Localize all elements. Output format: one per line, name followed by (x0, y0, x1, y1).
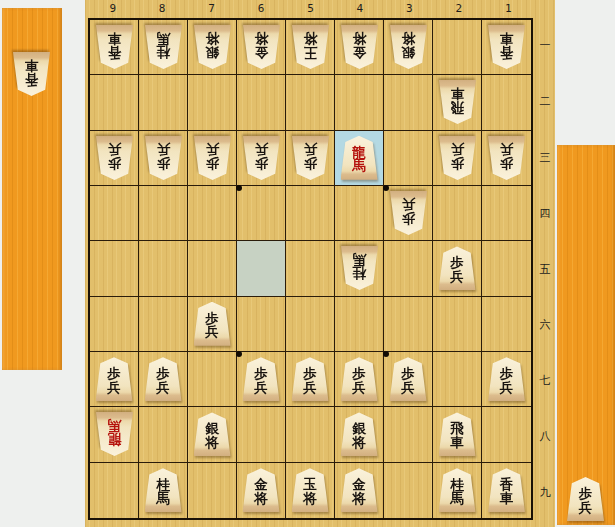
square-8-5[interactable] (139, 241, 188, 296)
square-6-9[interactable]: 金将 (237, 463, 286, 518)
square-3-1[interactable]: 銀将 (384, 20, 433, 75)
square-6-1[interactable]: 金将 (237, 20, 286, 75)
square-1-3[interactable]: 歩兵 (482, 131, 531, 186)
square-4-8[interactable]: 銀将 (335, 407, 384, 462)
piece-pawn-sente[interactable]: 歩兵 (390, 357, 427, 401)
square-7-9[interactable] (188, 463, 237, 518)
square-9-9[interactable] (90, 463, 139, 518)
square-9-8[interactable]: 龍馬 (90, 407, 139, 462)
square-6-7[interactable]: 歩兵 (237, 352, 286, 407)
square-9-2[interactable] (90, 75, 139, 130)
square-5-1[interactable]: 王将 (286, 20, 335, 75)
square-3-8[interactable] (384, 407, 433, 462)
square-9-6[interactable] (90, 297, 139, 352)
rank-label-8: 八 (535, 408, 555, 464)
file-label-3: 3 (385, 2, 434, 16)
square-2-1[interactable] (433, 20, 482, 75)
file-labels: 987654321 (88, 2, 533, 16)
square-4-6[interactable] (335, 297, 384, 352)
square-3-2[interactable] (384, 75, 433, 130)
piece-lance-sente[interactable]: 香車 (488, 468, 525, 512)
piece-king-gote[interactable]: 王将 (292, 25, 329, 69)
square-4-9[interactable]: 金将 (335, 463, 384, 518)
square-9-7[interactable]: 歩兵 (90, 352, 139, 407)
square-7-8[interactable]: 銀将 (188, 407, 237, 462)
square-7-4[interactable] (188, 186, 237, 241)
piece-promoted-bishop-sente[interactable]: 龍馬 (341, 136, 378, 180)
square-1-5[interactable] (482, 241, 531, 296)
square-6-2[interactable] (237, 75, 286, 130)
sente-hand-tray: 歩兵 (557, 145, 615, 525)
square-3-3[interactable] (384, 131, 433, 186)
file-label-2: 2 (434, 2, 483, 16)
piece-pawn-gote[interactable]: 歩兵 (292, 136, 329, 180)
square-4-2[interactable] (335, 75, 384, 130)
rank-label-1: 一 (535, 18, 555, 74)
square-5-5[interactable] (286, 241, 335, 296)
square-1-1[interactable]: 香車 (482, 20, 531, 75)
piece-pawn-sente[interactable]: 歩兵 (194, 302, 231, 346)
piece-pawn-sente[interactable]: 歩兵 (488, 357, 525, 401)
piece-gold-gote[interactable]: 金将 (243, 25, 280, 69)
star-point (383, 351, 389, 357)
star-point (236, 185, 242, 191)
piece-pawn-sente[interactable]: 歩兵 (243, 357, 280, 401)
square-2-4[interactable] (433, 186, 482, 241)
square-7-3[interactable]: 歩兵 (188, 131, 237, 186)
file-label-1: 1 (484, 2, 533, 16)
board-grid: 香車桂馬銀将金将王将金将銀将香車飛車歩兵歩兵歩兵歩兵歩兵龍馬歩兵歩兵歩兵桂馬歩兵… (88, 18, 533, 520)
star-point (383, 185, 389, 191)
piece-knight-sente[interactable]: 桂馬 (439, 468, 476, 512)
rank-label-4: 四 (535, 185, 555, 241)
square-8-7[interactable]: 歩兵 (139, 352, 188, 407)
piece-gold-sente[interactable]: 金将 (243, 468, 280, 512)
square-4-3[interactable]: 龍馬 (335, 131, 384, 186)
piece-silver-sente[interactable]: 銀将 (194, 412, 231, 456)
rank-label-7: 七 (535, 353, 555, 409)
rank-label-2: 二 (535, 74, 555, 130)
square-1-7[interactable]: 歩兵 (482, 352, 531, 407)
shogi-board: 987654321 一二三四五六七八九 香車桂馬銀将金将王将金将銀将香車飛車歩兵… (85, 0, 555, 527)
piece-pawn-sente[interactable]: 歩兵 (567, 477, 604, 521)
rank-label-5: 五 (535, 241, 555, 297)
square-2-2[interactable]: 飛車 (433, 75, 482, 130)
piece-pawn-gote[interactable]: 歩兵 (96, 136, 133, 180)
file-label-8: 8 (137, 2, 186, 16)
square-4-7[interactable]: 歩兵 (335, 352, 384, 407)
square-5-2[interactable] (286, 75, 335, 130)
square-5-6[interactable] (286, 297, 335, 352)
square-7-7[interactable] (188, 352, 237, 407)
square-6-5[interactable] (237, 241, 286, 296)
piece-gold-gote[interactable]: 金将 (341, 25, 378, 69)
piece-pawn-gote[interactable]: 歩兵 (390, 191, 427, 235)
square-1-8[interactable] (482, 407, 531, 462)
square-5-9[interactable]: 玉将 (286, 463, 335, 518)
square-6-3[interactable]: 歩兵 (237, 131, 286, 186)
shogi-app: 香車 987654321 一二三四五六七八九 香車桂馬銀将金将王将金将銀将香車飛… (0, 0, 615, 527)
square-7-6[interactable]: 歩兵 (188, 297, 237, 352)
square-7-5[interactable] (188, 241, 237, 296)
square-5-4[interactable] (286, 186, 335, 241)
square-8-4[interactable] (139, 186, 188, 241)
piece-lance-gote[interactable]: 香車 (96, 25, 133, 69)
square-9-1[interactable]: 香車 (90, 20, 139, 75)
square-2-9[interactable]: 桂馬 (433, 463, 482, 518)
square-2-7[interactable] (433, 352, 482, 407)
square-8-1[interactable]: 桂馬 (139, 20, 188, 75)
square-5-7[interactable]: 歩兵 (286, 352, 335, 407)
piece-pawn-sente[interactable]: 歩兵 (341, 357, 378, 401)
piece-promoted-bishop-gote[interactable]: 龍馬 (96, 412, 133, 456)
square-8-9[interactable]: 桂馬 (139, 463, 188, 518)
file-label-9: 9 (88, 2, 137, 16)
square-5-8[interactable] (286, 407, 335, 462)
gote-hand-tray: 香車 (2, 8, 62, 370)
square-3-6[interactable] (384, 297, 433, 352)
piece-pawn-gote[interactable]: 歩兵 (243, 136, 280, 180)
piece-pawn-sente[interactable]: 歩兵 (292, 357, 329, 401)
square-2-3[interactable]: 歩兵 (433, 131, 482, 186)
piece-rook-gote[interactable]: 飛車 (439, 80, 476, 124)
rank-label-6: 六 (535, 297, 555, 353)
square-5-3[interactable]: 歩兵 (286, 131, 335, 186)
piece-knight-sente[interactable]: 桂馬 (145, 468, 182, 512)
file-label-4: 4 (335, 2, 384, 16)
piece-silver-sente[interactable]: 銀将 (341, 412, 378, 456)
piece-knight-gote[interactable]: 桂馬 (341, 246, 378, 290)
piece-pawn-sente[interactable]: 歩兵 (439, 246, 476, 290)
piece-silver-gote[interactable]: 銀将 (194, 25, 231, 69)
square-6-8[interactable] (237, 407, 286, 462)
piece-king-sente[interactable]: 玉将 (292, 468, 329, 512)
square-4-1[interactable]: 金将 (335, 20, 384, 75)
square-1-6[interactable] (482, 297, 531, 352)
piece-pawn-sente[interactable]: 歩兵 (145, 357, 182, 401)
square-2-8[interactable]: 飛車 (433, 407, 482, 462)
square-2-6[interactable] (433, 297, 482, 352)
square-6-4[interactable] (237, 186, 286, 241)
piece-pawn-sente[interactable]: 歩兵 (96, 357, 133, 401)
square-6-6[interactable] (237, 297, 286, 352)
square-3-9[interactable] (384, 463, 433, 518)
square-7-1[interactable]: 銀将 (188, 20, 237, 75)
square-3-4[interactable]: 歩兵 (384, 186, 433, 241)
piece-pawn-gote[interactable]: 歩兵 (488, 136, 525, 180)
square-4-5[interactable]: 桂馬 (335, 241, 384, 296)
piece-silver-gote[interactable]: 銀将 (390, 25, 427, 69)
piece-pawn-gote[interactable]: 歩兵 (145, 136, 182, 180)
piece-lance-gote[interactable]: 香車 (13, 52, 50, 96)
square-1-2[interactable] (482, 75, 531, 130)
rank-label-3: 三 (535, 130, 555, 186)
square-8-3[interactable]: 歩兵 (139, 131, 188, 186)
piece-lance-gote[interactable]: 香車 (488, 25, 525, 69)
square-9-3[interactable]: 歩兵 (90, 131, 139, 186)
piece-gold-sente[interactable]: 金将 (341, 468, 378, 512)
square-8-6[interactable] (139, 297, 188, 352)
rank-labels: 一二三四五六七八九 (535, 18, 555, 520)
square-3-5[interactable] (384, 241, 433, 296)
square-8-8[interactable] (139, 407, 188, 462)
piece-knight-gote[interactable]: 桂馬 (145, 25, 182, 69)
piece-rook-sente[interactable]: 飛車 (439, 412, 476, 456)
square-2-5[interactable]: 歩兵 (433, 241, 482, 296)
file-label-6: 6 (236, 2, 285, 16)
piece-pawn-gote[interactable]: 歩兵 (194, 136, 231, 180)
star-point (236, 351, 242, 357)
file-label-5: 5 (286, 2, 335, 16)
square-7-2[interactable] (188, 75, 237, 130)
square-4-4[interactable] (335, 186, 384, 241)
rank-label-9: 九 (535, 464, 555, 520)
piece-pawn-gote[interactable]: 歩兵 (439, 136, 476, 180)
square-9-5[interactable] (90, 241, 139, 296)
square-3-7[interactable]: 歩兵 (384, 352, 433, 407)
square-1-9[interactable]: 香車 (482, 463, 531, 518)
square-8-2[interactable] (139, 75, 188, 130)
file-label-7: 7 (187, 2, 236, 16)
square-1-4[interactable] (482, 186, 531, 241)
square-9-4[interactable] (90, 186, 139, 241)
